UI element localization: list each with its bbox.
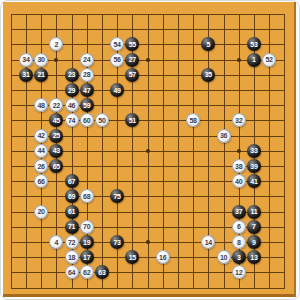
white-stone-30[interactable]: 30 <box>34 53 48 67</box>
white-stone-24[interactable]: 24 <box>80 53 94 67</box>
move-number-label: 53 <box>250 41 257 48</box>
move-number-label: 37 <box>235 208 242 215</box>
grid-line-vertical <box>224 14 225 289</box>
move-number-label: 74 <box>68 117 75 124</box>
black-stone-9[interactable]: 9 <box>247 235 261 249</box>
black-stone-37[interactable]: 37 <box>232 205 246 219</box>
move-number-label: 13 <box>250 254 257 261</box>
move-number-label: 29 <box>68 87 75 94</box>
white-stone-46[interactable]: 46 <box>65 98 79 112</box>
white-stone-62[interactable]: 62 <box>80 265 94 279</box>
move-number-label: 6 <box>237 223 241 230</box>
move-number-label: 51 <box>129 117 136 124</box>
white-stone-60[interactable]: 60 <box>80 113 94 127</box>
move-number-label: 21 <box>38 71 45 78</box>
move-number-label: 2 <box>55 41 59 48</box>
black-stone-19[interactable]: 19 <box>80 235 94 249</box>
move-number-label: 67 <box>68 178 75 185</box>
move-number-label: 1 <box>252 56 256 63</box>
move-number-label: 63 <box>98 269 105 276</box>
white-stone-70[interactable]: 70 <box>80 220 94 234</box>
move-number-label: 65 <box>53 163 60 170</box>
black-stone-67[interactable]: 67 <box>65 174 79 188</box>
move-number-label: 20 <box>38 208 45 215</box>
black-stone-45[interactable]: 45 <box>49 113 63 127</box>
white-stone-74[interactable]: 74 <box>65 113 79 127</box>
white-stone-34[interactable]: 34 <box>19 53 33 67</box>
white-stone-66[interactable]: 66 <box>34 174 48 188</box>
white-stone-20[interactable]: 20 <box>34 205 48 219</box>
move-number-label: 4 <box>55 239 59 246</box>
move-number-label: 60 <box>83 117 90 124</box>
star-point <box>146 58 150 62</box>
black-stone-59[interactable]: 59 <box>80 98 94 112</box>
move-number-label: 18 <box>68 254 75 261</box>
move-number-label: 68 <box>83 193 90 200</box>
black-stone-55[interactable]: 55 <box>125 37 139 51</box>
move-number-label: 48 <box>38 102 45 109</box>
move-number-label: 70 <box>83 223 90 230</box>
move-number-label: 14 <box>205 239 212 246</box>
move-number-label: 16 <box>159 254 166 261</box>
move-number-label: 47 <box>83 87 90 94</box>
black-stone-35[interactable]: 35 <box>201 68 215 82</box>
move-number-label: 52 <box>266 56 273 63</box>
black-stone-69[interactable]: 69 <box>65 189 79 203</box>
black-stone-29[interactable]: 29 <box>65 83 79 97</box>
move-number-label: 73 <box>114 239 121 246</box>
move-number-label: 59 <box>83 102 90 109</box>
move-number-label: 9 <box>252 239 256 246</box>
move-number-label: 39 <box>250 163 257 170</box>
black-stone-39[interactable]: 39 <box>247 159 261 173</box>
black-stone-7[interactable]: 7 <box>247 220 261 234</box>
move-number-label: 71 <box>68 223 75 230</box>
black-stone-41[interactable]: 41 <box>247 174 261 188</box>
white-stone-38[interactable]: 38 <box>232 159 246 173</box>
white-stone-48[interactable]: 48 <box>34 98 48 112</box>
move-number-label: 3 <box>237 254 241 261</box>
move-number-label: 62 <box>83 269 90 276</box>
black-stone-15[interactable]: 15 <box>125 250 139 264</box>
black-stone-5[interactable]: 5 <box>201 37 215 51</box>
move-number-label: 46 <box>68 102 75 109</box>
white-stone-68[interactable]: 68 <box>80 189 94 203</box>
white-stone-2[interactable]: 2 <box>49 37 63 51</box>
move-number-label: 28 <box>83 71 90 78</box>
move-number-label: 55 <box>129 41 136 48</box>
black-stone-49[interactable]: 49 <box>110 83 124 97</box>
move-number-label: 57 <box>129 71 136 78</box>
black-stone-47[interactable]: 47 <box>80 83 94 97</box>
white-stone-64[interactable]: 64 <box>65 265 79 279</box>
black-stone-65[interactable]: 65 <box>49 159 63 173</box>
star-point <box>237 58 241 62</box>
star-point <box>146 149 150 153</box>
grid-line-horizontal <box>11 288 286 289</box>
move-number-label: 42 <box>38 132 45 139</box>
star-point <box>54 58 58 62</box>
move-number-label: 43 <box>53 147 60 154</box>
black-stone-25[interactable]: 25 <box>49 129 63 143</box>
grid-line-vertical <box>163 14 164 289</box>
black-stone-57[interactable]: 57 <box>125 68 139 82</box>
black-stone-63[interactable]: 63 <box>95 265 109 279</box>
white-stone-16[interactable]: 16 <box>156 250 170 264</box>
move-number-label: 54 <box>114 41 121 48</box>
white-stone-56[interactable]: 56 <box>110 53 124 67</box>
white-stone-14[interactable]: 14 <box>201 235 215 249</box>
move-number-label: 10 <box>220 254 227 261</box>
white-stone-52[interactable]: 52 <box>262 53 276 67</box>
move-number-label: 44 <box>38 147 45 154</box>
go-diagram-window: 1234567891011121314151617181920212223242… <box>0 0 300 300</box>
black-stone-51[interactable]: 51 <box>125 113 139 127</box>
white-stone-10[interactable]: 10 <box>217 250 231 264</box>
black-stone-73[interactable]: 73 <box>110 235 124 249</box>
black-stone-17[interactable]: 17 <box>80 250 94 264</box>
move-number-label: 11 <box>250 208 257 215</box>
grid-line-horizontal <box>11 196 286 197</box>
black-stone-3[interactable]: 3 <box>232 250 246 264</box>
move-number-label: 38 <box>235 163 242 170</box>
black-stone-33[interactable]: 33 <box>247 144 261 158</box>
move-number-label: 36 <box>220 132 227 139</box>
move-number-label: 69 <box>68 193 75 200</box>
move-number-label: 64 <box>68 269 75 276</box>
move-number-label: 35 <box>205 71 212 78</box>
move-number-label: 45 <box>53 117 60 124</box>
white-stone-28[interactable]: 28 <box>80 68 94 82</box>
move-number-label: 75 <box>114 193 121 200</box>
move-number-label: 24 <box>83 56 90 63</box>
white-stone-8[interactable]: 8 <box>232 235 246 249</box>
white-stone-58[interactable]: 58 <box>186 113 200 127</box>
black-stone-13[interactable]: 13 <box>247 250 261 264</box>
black-stone-11[interactable]: 11 <box>247 205 261 219</box>
grid-line-vertical <box>284 14 285 289</box>
black-stone-27[interactable]: 27 <box>125 53 139 67</box>
move-number-label: 61 <box>68 208 75 215</box>
black-stone-1[interactable]: 1 <box>247 53 261 67</box>
white-stone-36[interactable]: 36 <box>217 129 231 143</box>
white-stone-22[interactable]: 22 <box>49 98 63 112</box>
white-stone-18[interactable]: 18 <box>65 250 79 264</box>
move-number-label: 15 <box>129 254 136 261</box>
move-number-label: 27 <box>129 56 136 63</box>
white-stone-72[interactable]: 72 <box>65 235 79 249</box>
white-stone-44[interactable]: 44 <box>34 144 48 158</box>
move-number-label: 31 <box>22 71 29 78</box>
move-number-label: 17 <box>83 254 90 261</box>
black-stone-53[interactable]: 53 <box>247 37 261 51</box>
star-point <box>237 149 241 153</box>
white-stone-32[interactable]: 32 <box>232 113 246 127</box>
white-stone-40[interactable]: 40 <box>232 174 246 188</box>
move-number-label: 72 <box>68 239 75 246</box>
move-number-label: 34 <box>22 56 29 63</box>
move-number-label: 66 <box>38 178 45 185</box>
black-stone-23[interactable]: 23 <box>65 68 79 82</box>
move-number-label: 7 <box>252 223 256 230</box>
move-number-label: 32 <box>235 117 242 124</box>
move-number-label: 41 <box>250 178 257 185</box>
black-stone-75[interactable]: 75 <box>110 189 124 203</box>
move-number-label: 40 <box>235 178 242 185</box>
move-number-label: 30 <box>38 56 45 63</box>
go-board[interactable]: 1234567891011121314151617181920212223242… <box>3 2 296 297</box>
white-stone-54[interactable]: 54 <box>110 37 124 51</box>
black-stone-43[interactable]: 43 <box>49 144 63 158</box>
move-number-label: 22 <box>53 102 60 109</box>
move-number-label: 26 <box>38 163 45 170</box>
white-stone-12[interactable]: 12 <box>232 265 246 279</box>
move-number-label: 19 <box>83 239 90 246</box>
black-stone-71[interactable]: 71 <box>65 220 79 234</box>
move-number-label: 56 <box>114 56 121 63</box>
white-stone-26[interactable]: 26 <box>34 159 48 173</box>
grid-line-vertical <box>193 14 194 289</box>
star-point <box>146 240 150 244</box>
black-stone-21[interactable]: 21 <box>34 68 48 82</box>
white-stone-6[interactable]: 6 <box>232 220 246 234</box>
move-number-label: 33 <box>250 147 257 154</box>
move-number-label: 58 <box>190 117 197 124</box>
move-number-label: 50 <box>98 117 105 124</box>
black-stone-61[interactable]: 61 <box>65 205 79 219</box>
white-stone-50[interactable]: 50 <box>95 113 109 127</box>
move-number-label: 8 <box>237 239 241 246</box>
move-number-label: 12 <box>235 269 242 276</box>
white-stone-42[interactable]: 42 <box>34 129 48 143</box>
move-number-label: 23 <box>68 71 75 78</box>
grid-line-vertical <box>178 14 179 289</box>
black-stone-31[interactable]: 31 <box>19 68 33 82</box>
move-number-label: 25 <box>53 132 60 139</box>
white-stone-4[interactable]: 4 <box>49 235 63 249</box>
move-number-label: 49 <box>114 87 121 94</box>
move-number-label: 5 <box>207 41 211 48</box>
